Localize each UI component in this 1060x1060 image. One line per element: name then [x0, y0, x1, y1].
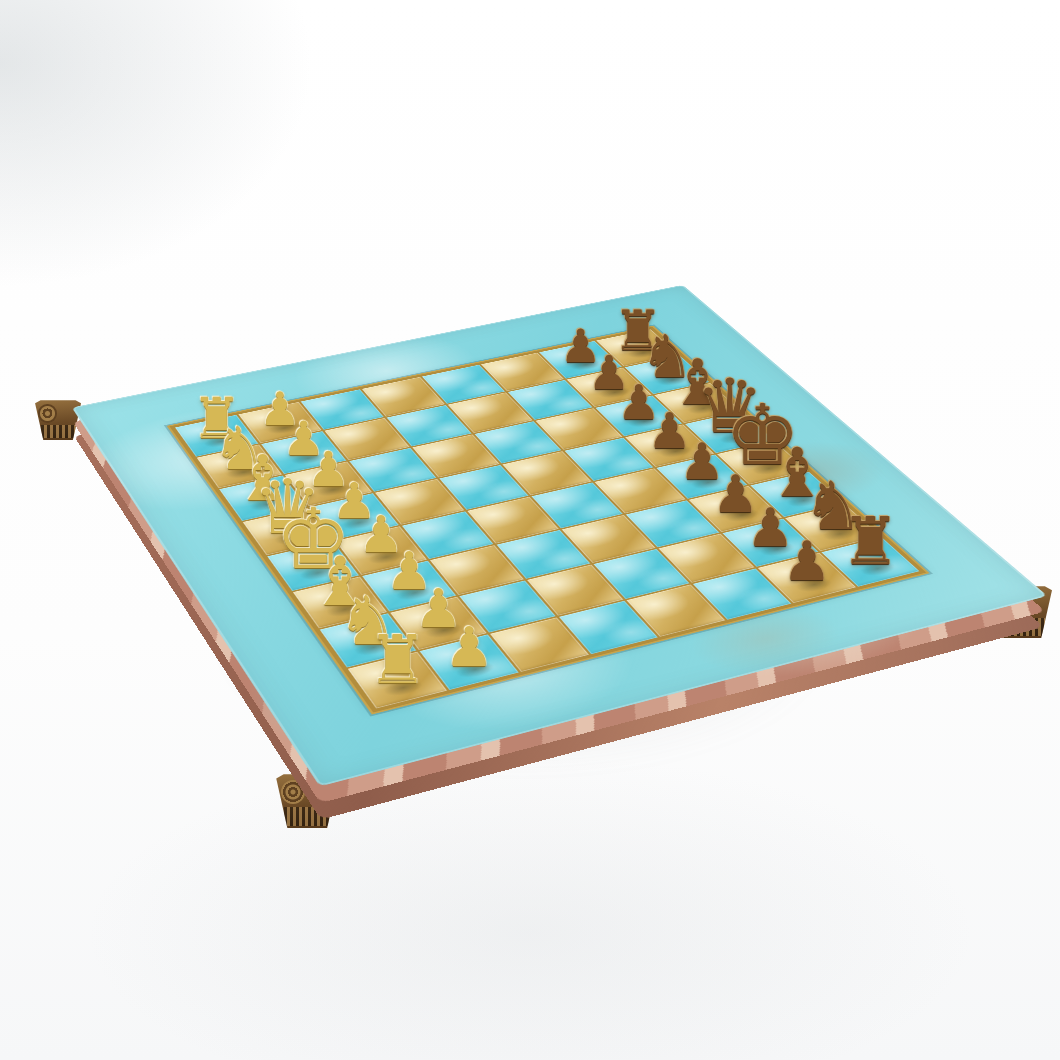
- photo-backdrop: ♜♟♞♟♝♟♟♛♜♟♟♚♞♟♟♝♝♟♟♞♛♟♟♜♚♟♟♝♟♞♟♜: [0, 0, 1060, 1060]
- piece-shadow: [846, 555, 910, 582]
- perspective-scene: [0, 0, 1060, 1060]
- piece-shadow: [442, 655, 509, 686]
- board-frame: [72, 285, 1048, 787]
- board-grid: [169, 327, 926, 713]
- piece-shadow: [782, 571, 846, 599]
- corner-marker-right: [1044, 594, 1051, 597]
- piece-shadow: [370, 672, 437, 704]
- chess-board: [72, 285, 1048, 787]
- corner-marker-left: [69, 406, 74, 409]
